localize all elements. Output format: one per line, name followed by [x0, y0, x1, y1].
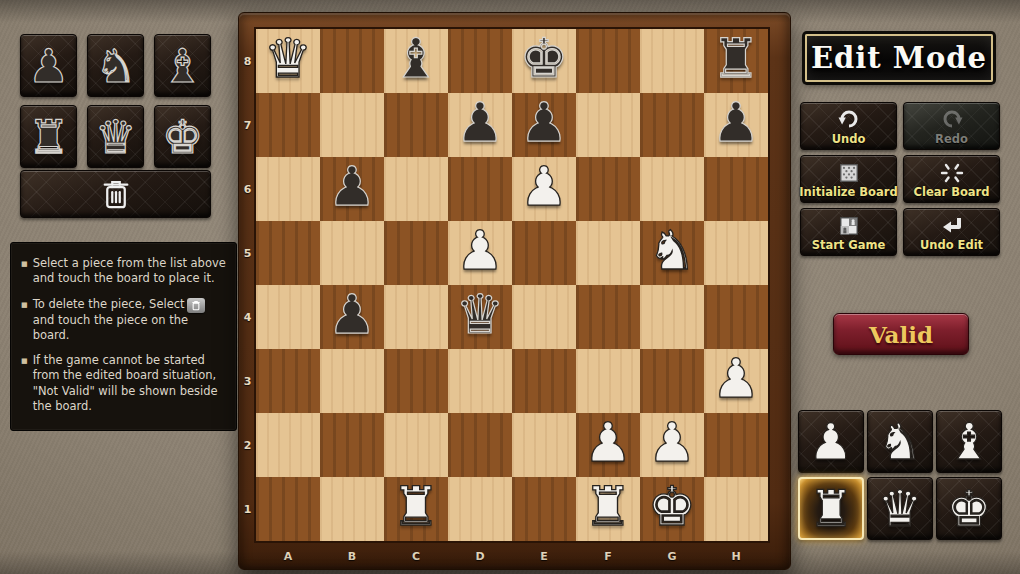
- file-label-f: F: [576, 543, 640, 569]
- piece-white-pawn: ♟: [520, 160, 568, 214]
- square-f4[interactable]: [576, 285, 640, 349]
- square-d8[interactable]: [448, 29, 512, 93]
- square-b1[interactable]: [320, 477, 384, 541]
- black-knight-icon: ♞: [95, 43, 136, 89]
- file-label-a: A: [256, 543, 320, 569]
- bullet-icon: ■: [21, 297, 28, 344]
- square-d6[interactable]: [448, 157, 512, 221]
- black-pawn-tile[interactable]: ♟: [20, 34, 77, 97]
- black-pawn-icon: ♟: [28, 43, 69, 89]
- black-rook-tile[interactable]: ♜: [20, 105, 77, 168]
- board-squares[interactable]: ♛♝♚♜♟♟♟♟♟♟♞♟♛♟♟♟♜♜♚: [256, 29, 768, 541]
- status-badge: Valid: [833, 313, 969, 355]
- piece-white-rook: ♜: [392, 480, 440, 534]
- square-c1[interactable]: ♜: [384, 477, 448, 541]
- piece-white-pawn: ♟: [712, 352, 760, 406]
- piece-white-queen: ♛: [264, 32, 312, 86]
- clear-board-icon: [939, 162, 965, 184]
- square-a7[interactable]: [256, 93, 320, 157]
- file-label-b: B: [320, 543, 384, 569]
- square-d7[interactable]: ♟: [448, 93, 512, 157]
- square-f8[interactable]: [576, 29, 640, 93]
- chess-board: 87654321 ♛♝♚♜♟♟♟♟♟♟♞♟♛♟♟♟♜♜♚ ABCDEFGH: [238, 12, 791, 570]
- file-label-e: E: [512, 543, 576, 569]
- square-e3[interactable]: [512, 349, 576, 413]
- black-queen-icon: ♛: [95, 114, 136, 160]
- white-knight-icon: ♞: [878, 417, 923, 467]
- edit-mode-title-text: Edit Mode: [811, 41, 987, 75]
- square-c3[interactable]: [384, 349, 448, 413]
- square-h2[interactable]: [704, 413, 768, 477]
- piece-black-bishop: ♝: [392, 32, 440, 86]
- square-b7[interactable]: [320, 93, 384, 157]
- square-g7[interactable]: [640, 93, 704, 157]
- instruction-text: Select a piece from the list above and t…: [33, 256, 227, 287]
- white-pawn-icon: ♟: [809, 417, 854, 467]
- piece-white-pawn: ♟: [584, 416, 632, 470]
- square-a5[interactable]: [256, 221, 320, 285]
- square-g8[interactable]: [640, 29, 704, 93]
- edit-mode-screen: ♟♞♝♜♛♚ ■ Select a piece from the list ab…: [0, 0, 1020, 574]
- square-a3[interactable]: [256, 349, 320, 413]
- piece-black-pawn: ♟: [712, 96, 760, 150]
- square-b4[interactable]: ♟: [320, 285, 384, 349]
- white-piece-tray: ♟♞♝♜♛♚: [798, 410, 1002, 540]
- black-bishop-tile[interactable]: ♝: [154, 34, 211, 97]
- piece-white-knight: ♞: [648, 224, 696, 278]
- file-label-h: H: [704, 543, 768, 569]
- square-f5[interactable]: [576, 221, 640, 285]
- square-f2[interactable]: ♟: [576, 413, 640, 477]
- white-king-icon: ♚: [947, 484, 992, 534]
- clear-board-button[interactable]: Clear Board: [903, 155, 1000, 203]
- black-knight-tile[interactable]: ♞: [87, 34, 144, 97]
- initialize-board-button[interactable]: Initialize Board: [800, 155, 897, 203]
- start-game-button[interactable]: Start Game: [800, 208, 897, 256]
- square-e6[interactable]: ♟: [512, 157, 576, 221]
- rank-label-3: 3: [239, 349, 256, 413]
- piece-white-pawn: ♟: [456, 224, 504, 278]
- rank-label-4: 4: [239, 285, 256, 349]
- square-b2[interactable]: [320, 413, 384, 477]
- undo-edit-icon: [940, 215, 964, 237]
- square-h6[interactable]: [704, 157, 768, 221]
- white-pawn-tile[interactable]: ♟: [798, 410, 864, 473]
- square-c4[interactable]: [384, 285, 448, 349]
- piece-white-rook: ♜: [584, 480, 632, 534]
- square-e1[interactable]: [512, 477, 576, 541]
- square-a8[interactable]: ♛: [256, 29, 320, 93]
- edit-mode-title: Edit Mode: [805, 34, 993, 82]
- white-king-tile[interactable]: ♚: [936, 477, 1002, 540]
- square-d3[interactable]: [448, 349, 512, 413]
- square-h4[interactable]: [704, 285, 768, 349]
- square-h3[interactable]: ♟: [704, 349, 768, 413]
- file-label-c: C: [384, 543, 448, 569]
- square-e4[interactable]: [512, 285, 576, 349]
- square-b5[interactable]: [320, 221, 384, 285]
- delete-piece-button[interactable]: [20, 170, 211, 218]
- file-labels: ABCDEFGH: [256, 543, 768, 569]
- square-a2[interactable]: [256, 413, 320, 477]
- white-bishop-icon: ♝: [947, 417, 992, 467]
- rank-label-6: 6: [239, 157, 256, 221]
- instruction-text: To delete the piece, Selectand touch the…: [33, 297, 227, 344]
- black-rook-icon: ♜: [28, 114, 69, 160]
- square-g5[interactable]: ♞: [640, 221, 704, 285]
- trash-icon: [101, 177, 131, 211]
- undo-icon: [837, 109, 861, 131]
- square-d5[interactable]: ♟: [448, 221, 512, 285]
- status-badge-text: Valid: [869, 321, 933, 348]
- square-e7[interactable]: ♟: [512, 93, 576, 157]
- piece-black-king: ♚: [520, 32, 568, 86]
- square-e2[interactable]: [512, 413, 576, 477]
- piece-black-pawn: ♟: [328, 288, 376, 342]
- rank-labels: 87654321: [239, 29, 256, 541]
- square-h1[interactable]: [704, 477, 768, 541]
- black-bishop-icon: ♝: [162, 43, 203, 89]
- square-c2[interactable]: [384, 413, 448, 477]
- square-h7[interactable]: ♟: [704, 93, 768, 157]
- square-a6[interactable]: [256, 157, 320, 221]
- square-h8[interactable]: ♜: [704, 29, 768, 93]
- square-a4[interactable]: [256, 285, 320, 349]
- square-c7[interactable]: [384, 93, 448, 157]
- square-e5[interactable]: [512, 221, 576, 285]
- square-a1[interactable]: [256, 477, 320, 541]
- white-bishop-tile[interactable]: ♝: [936, 410, 1002, 473]
- square-b8[interactable]: [320, 29, 384, 93]
- square-g6[interactable]: [640, 157, 704, 221]
- instruction-item: ■ To delete the piece, Selectand touch t…: [21, 297, 227, 344]
- white-rook-icon: ♜: [809, 484, 854, 534]
- piece-black-pawn: ♟: [328, 160, 376, 214]
- piece-black-queen: ♛: [456, 288, 504, 342]
- rank-label-2: 2: [239, 413, 256, 477]
- white-knight-tile[interactable]: ♞: [867, 410, 933, 473]
- edit-controls: Undo Redo Initialize Board: [800, 102, 1000, 256]
- redo-icon: [940, 109, 964, 131]
- black-king-icon: ♚: [162, 114, 203, 160]
- rank-label-1: 1: [239, 477, 256, 541]
- piece-black-pawn: ♟: [520, 96, 568, 150]
- rank-label-5: 5: [239, 221, 256, 285]
- file-label-g: G: [640, 543, 704, 569]
- square-g2[interactable]: ♟: [640, 413, 704, 477]
- trash-icon: [187, 298, 205, 313]
- edit-instructions-panel: ■ Select a piece from the list above and…: [10, 242, 237, 431]
- square-c5[interactable]: [384, 221, 448, 285]
- initialize-board-icon: [838, 162, 860, 184]
- redo-button[interactable]: Redo: [903, 102, 1000, 150]
- bullet-icon: ■: [21, 353, 28, 414]
- square-c6[interactable]: [384, 157, 448, 221]
- square-g4[interactable]: [640, 285, 704, 349]
- square-b3[interactable]: [320, 349, 384, 413]
- square-c8[interactable]: ♝: [384, 29, 448, 93]
- rank-label-8: 8: [239, 29, 256, 93]
- square-f7[interactable]: [576, 93, 640, 157]
- undo-button[interactable]: Undo: [800, 102, 897, 150]
- black-king-tile[interactable]: ♚: [154, 105, 211, 168]
- piece-black-rook: ♜: [712, 32, 760, 86]
- undo-edit-button[interactable]: Undo Edit: [903, 208, 1000, 256]
- piece-white-king: ♚: [648, 480, 696, 534]
- rank-label-7: 7: [239, 93, 256, 157]
- white-rook-tile[interactable]: ♜: [798, 477, 864, 540]
- piece-black-pawn: ♟: [456, 96, 504, 150]
- square-b6[interactable]: ♟: [320, 157, 384, 221]
- square-f6[interactable]: [576, 157, 640, 221]
- instruction-item: ■ Select a piece from the list above and…: [21, 256, 227, 287]
- black-piece-tray: ♟♞♝♜♛♚: [20, 34, 211, 168]
- piece-white-pawn: ♟: [648, 416, 696, 470]
- square-d1[interactable]: [448, 477, 512, 541]
- instruction-text: If the game cannot be started from the e…: [33, 353, 227, 414]
- square-e8[interactable]: ♚: [512, 29, 576, 93]
- square-g3[interactable]: [640, 349, 704, 413]
- instruction-item: ■ If the game cannot be started from the…: [21, 353, 227, 414]
- square-f1[interactable]: ♜: [576, 477, 640, 541]
- white-queen-tile[interactable]: ♛: [867, 477, 933, 540]
- square-d4[interactable]: ♛: [448, 285, 512, 349]
- bullet-icon: ■: [21, 256, 28, 287]
- square-g1[interactable]: ♚: [640, 477, 704, 541]
- square-h5[interactable]: [704, 221, 768, 285]
- file-label-d: D: [448, 543, 512, 569]
- black-queen-tile[interactable]: ♛: [87, 105, 144, 168]
- square-f3[interactable]: [576, 349, 640, 413]
- start-game-icon: [838, 215, 860, 237]
- square-d2[interactable]: [448, 413, 512, 477]
- white-queen-icon: ♛: [878, 484, 923, 534]
